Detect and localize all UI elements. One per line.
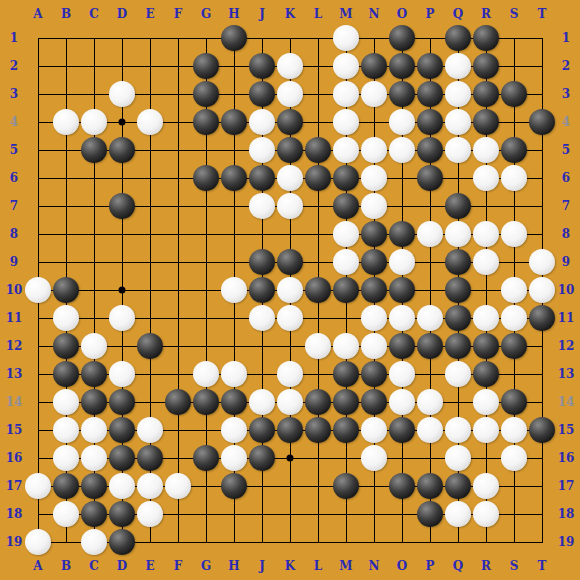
white-stone xyxy=(445,109,471,135)
black-stone xyxy=(473,53,499,79)
column-label-top: F xyxy=(167,7,189,21)
black-stone xyxy=(333,361,359,387)
white-stone xyxy=(445,445,471,471)
row-label-right: 4 xyxy=(555,115,577,129)
black-stone xyxy=(445,249,471,275)
white-stone xyxy=(333,137,359,163)
black-stone xyxy=(53,361,79,387)
white-stone xyxy=(333,249,359,275)
black-stone xyxy=(249,277,275,303)
white-stone xyxy=(473,417,499,443)
column-label-bottom: L xyxy=(307,559,329,573)
column-label-bottom: C xyxy=(83,559,105,573)
row-label-left: 19 xyxy=(3,535,25,549)
black-stone xyxy=(109,417,135,443)
black-stone xyxy=(81,361,107,387)
row-label-left: 18 xyxy=(3,507,25,521)
column-label-top: O xyxy=(391,7,413,21)
white-stone xyxy=(333,109,359,135)
white-stone xyxy=(165,473,191,499)
white-stone xyxy=(81,417,107,443)
white-stone xyxy=(249,109,275,135)
white-stone xyxy=(25,473,51,499)
black-stone xyxy=(109,389,135,415)
black-stone xyxy=(473,333,499,359)
white-stone xyxy=(389,305,415,331)
row-label-right: 14 xyxy=(555,395,577,409)
white-stone xyxy=(529,249,555,275)
black-stone xyxy=(249,81,275,107)
white-stone xyxy=(81,333,107,359)
column-label-top: T xyxy=(531,7,553,21)
black-stone xyxy=(389,53,415,79)
black-stone xyxy=(361,221,387,247)
white-stone xyxy=(501,221,527,247)
black-stone xyxy=(305,389,331,415)
black-stone xyxy=(249,53,275,79)
white-stone xyxy=(361,137,387,163)
white-stone xyxy=(137,109,163,135)
black-stone xyxy=(417,165,443,191)
black-stone xyxy=(417,137,443,163)
white-stone xyxy=(25,277,51,303)
white-stone xyxy=(473,389,499,415)
star-point xyxy=(287,455,294,462)
white-stone xyxy=(473,501,499,527)
black-stone xyxy=(389,333,415,359)
white-stone xyxy=(137,473,163,499)
white-stone xyxy=(445,137,471,163)
black-stone xyxy=(137,333,163,359)
white-stone xyxy=(473,473,499,499)
column-label-bottom: F xyxy=(167,559,189,573)
black-stone xyxy=(445,305,471,331)
black-stone xyxy=(501,333,527,359)
black-stone xyxy=(473,81,499,107)
black-stone xyxy=(277,109,303,135)
column-label-bottom: Q xyxy=(447,559,469,573)
black-stone xyxy=(193,445,219,471)
row-label-right: 8 xyxy=(555,227,577,241)
column-label-top: L xyxy=(307,7,329,21)
black-stone xyxy=(193,81,219,107)
black-stone xyxy=(333,277,359,303)
column-label-top: A xyxy=(27,7,49,21)
white-stone xyxy=(109,361,135,387)
white-stone xyxy=(221,417,247,443)
row-label-right: 5 xyxy=(555,143,577,157)
black-stone xyxy=(473,361,499,387)
black-stone xyxy=(305,417,331,443)
row-label-right: 15 xyxy=(555,423,577,437)
black-stone xyxy=(361,53,387,79)
white-stone xyxy=(53,445,79,471)
white-stone xyxy=(389,249,415,275)
white-stone xyxy=(501,445,527,471)
black-stone xyxy=(417,473,443,499)
black-stone xyxy=(389,417,415,443)
white-stone xyxy=(277,53,303,79)
white-stone xyxy=(53,389,79,415)
black-stone xyxy=(417,501,443,527)
white-stone xyxy=(109,473,135,499)
black-stone xyxy=(445,473,471,499)
black-stone xyxy=(109,193,135,219)
column-label-top: N xyxy=(363,7,385,21)
black-stone xyxy=(81,389,107,415)
white-stone xyxy=(445,221,471,247)
black-stone xyxy=(501,389,527,415)
black-stone xyxy=(417,81,443,107)
white-stone xyxy=(137,501,163,527)
row-label-right: 11 xyxy=(555,311,577,325)
white-stone xyxy=(277,361,303,387)
row-label-left: 3 xyxy=(3,87,25,101)
black-stone xyxy=(277,249,303,275)
black-stone xyxy=(417,109,443,135)
black-stone xyxy=(473,109,499,135)
white-stone xyxy=(333,53,359,79)
black-stone xyxy=(333,417,359,443)
column-label-bottom: B xyxy=(55,559,77,573)
white-stone xyxy=(277,389,303,415)
column-label-top: M xyxy=(335,7,357,21)
column-label-top: H xyxy=(223,7,245,21)
white-stone xyxy=(445,417,471,443)
white-stone xyxy=(277,277,303,303)
row-label-left: 8 xyxy=(3,227,25,241)
black-stone xyxy=(305,277,331,303)
white-stone xyxy=(25,529,51,555)
white-stone xyxy=(137,417,163,443)
black-stone xyxy=(305,137,331,163)
white-stone xyxy=(361,193,387,219)
black-stone xyxy=(81,137,107,163)
white-stone xyxy=(221,361,247,387)
column-label-bottom: N xyxy=(363,559,385,573)
row-label-right: 18 xyxy=(555,507,577,521)
black-stone xyxy=(473,25,499,51)
black-stone xyxy=(445,25,471,51)
white-stone xyxy=(333,81,359,107)
black-stone xyxy=(249,445,275,471)
star-point xyxy=(119,119,126,126)
row-label-right: 19 xyxy=(555,535,577,549)
row-label-left: 4 xyxy=(3,115,25,129)
black-stone xyxy=(53,277,79,303)
column-label-top: J xyxy=(251,7,273,21)
black-stone xyxy=(501,137,527,163)
white-stone xyxy=(361,333,387,359)
black-stone xyxy=(389,81,415,107)
black-stone xyxy=(221,165,247,191)
black-stone xyxy=(417,333,443,359)
white-stone xyxy=(53,417,79,443)
row-label-left: 14 xyxy=(3,395,25,409)
column-label-bottom: R xyxy=(475,559,497,573)
white-stone xyxy=(333,333,359,359)
black-stone xyxy=(333,165,359,191)
white-stone xyxy=(361,305,387,331)
row-label-left: 15 xyxy=(3,423,25,437)
black-stone xyxy=(109,137,135,163)
row-label-right: 3 xyxy=(555,87,577,101)
black-stone xyxy=(249,249,275,275)
row-label-right: 2 xyxy=(555,59,577,73)
black-stone xyxy=(109,529,135,555)
column-label-top: D xyxy=(111,7,133,21)
black-stone xyxy=(53,473,79,499)
white-stone xyxy=(277,165,303,191)
white-stone xyxy=(501,165,527,191)
black-stone xyxy=(193,165,219,191)
black-stone xyxy=(221,389,247,415)
white-stone xyxy=(361,81,387,107)
black-stone xyxy=(389,221,415,247)
row-label-right: 9 xyxy=(555,255,577,269)
row-label-left: 5 xyxy=(3,143,25,157)
white-stone xyxy=(389,137,415,163)
black-stone xyxy=(109,501,135,527)
white-stone xyxy=(305,333,331,359)
white-stone xyxy=(249,305,275,331)
black-stone xyxy=(529,417,555,443)
column-label-top: B xyxy=(55,7,77,21)
black-stone xyxy=(249,417,275,443)
column-label-bottom: J xyxy=(251,559,273,573)
row-label-left: 6 xyxy=(3,171,25,185)
white-stone xyxy=(473,249,499,275)
black-stone xyxy=(249,165,275,191)
column-label-top: K xyxy=(279,7,301,21)
black-stone xyxy=(529,109,555,135)
row-label-right: 17 xyxy=(555,479,577,493)
black-stone xyxy=(361,249,387,275)
white-stone xyxy=(417,221,443,247)
row-label-right: 7 xyxy=(555,199,577,213)
row-label-left: 17 xyxy=(3,479,25,493)
row-label-right: 13 xyxy=(555,367,577,381)
row-label-left: 2 xyxy=(3,59,25,73)
black-stone xyxy=(165,389,191,415)
column-label-bottom: S xyxy=(503,559,525,573)
white-stone xyxy=(361,417,387,443)
white-stone xyxy=(445,501,471,527)
column-label-bottom: K xyxy=(279,559,301,573)
row-label-left: 1 xyxy=(3,31,25,45)
white-stone xyxy=(81,109,107,135)
white-stone xyxy=(361,165,387,191)
column-label-bottom: H xyxy=(223,559,245,573)
row-label-right: 12 xyxy=(555,339,577,353)
black-stone xyxy=(221,25,247,51)
white-stone xyxy=(249,389,275,415)
white-stone xyxy=(249,193,275,219)
row-label-left: 12 xyxy=(3,339,25,353)
white-stone xyxy=(389,361,415,387)
white-stone xyxy=(389,389,415,415)
black-stone xyxy=(277,137,303,163)
white-stone xyxy=(417,305,443,331)
black-stone xyxy=(81,473,107,499)
white-stone xyxy=(529,277,555,303)
white-stone xyxy=(53,501,79,527)
white-stone xyxy=(277,193,303,219)
black-stone xyxy=(109,445,135,471)
black-stone xyxy=(361,361,387,387)
column-label-top: R xyxy=(475,7,497,21)
column-label-bottom: T xyxy=(531,559,553,573)
row-label-left: 16 xyxy=(3,451,25,465)
white-stone xyxy=(473,165,499,191)
white-stone xyxy=(53,305,79,331)
column-label-top: Q xyxy=(447,7,469,21)
column-label-top: S xyxy=(503,7,525,21)
black-stone xyxy=(389,25,415,51)
column-label-top: E xyxy=(139,7,161,21)
row-label-right: 16 xyxy=(555,451,577,465)
column-label-bottom: P xyxy=(419,559,441,573)
black-stone xyxy=(445,193,471,219)
white-stone xyxy=(333,25,359,51)
white-stone xyxy=(501,417,527,443)
white-stone xyxy=(473,137,499,163)
black-stone xyxy=(193,109,219,135)
white-stone xyxy=(109,305,135,331)
black-stone xyxy=(361,277,387,303)
black-stone xyxy=(193,389,219,415)
white-stone xyxy=(277,305,303,331)
black-stone xyxy=(193,53,219,79)
column-label-bottom: O xyxy=(391,559,413,573)
white-stone xyxy=(361,445,387,471)
black-stone xyxy=(529,305,555,331)
row-label-left: 7 xyxy=(3,199,25,213)
white-stone xyxy=(193,361,219,387)
white-stone xyxy=(473,221,499,247)
black-stone xyxy=(277,417,303,443)
go-board[interactable]: AABBCCDDEEFFGGHHJJKKLLMMNNOOPPQQRRSSTT11… xyxy=(0,0,580,580)
black-stone xyxy=(389,473,415,499)
row-label-left: 11 xyxy=(3,311,25,325)
row-label-right: 10 xyxy=(555,283,577,297)
white-stone xyxy=(81,529,107,555)
black-stone xyxy=(221,109,247,135)
column-label-top: P xyxy=(419,7,441,21)
star-point xyxy=(119,287,126,294)
column-label-bottom: D xyxy=(111,559,133,573)
black-stone xyxy=(333,193,359,219)
black-stone xyxy=(53,333,79,359)
white-stone xyxy=(249,137,275,163)
black-stone xyxy=(501,81,527,107)
column-label-top: G xyxy=(195,7,217,21)
white-stone xyxy=(445,53,471,79)
row-label-left: 13 xyxy=(3,367,25,381)
white-stone xyxy=(389,109,415,135)
black-stone xyxy=(305,165,331,191)
row-label-right: 1 xyxy=(555,31,577,45)
row-label-right: 6 xyxy=(555,171,577,185)
white-stone xyxy=(445,81,471,107)
white-stone xyxy=(53,109,79,135)
white-stone xyxy=(333,221,359,247)
black-stone xyxy=(361,389,387,415)
black-stone xyxy=(221,473,247,499)
column-label-bottom: A xyxy=(27,559,49,573)
column-label-top: C xyxy=(83,7,105,21)
white-stone xyxy=(417,389,443,415)
black-stone xyxy=(333,389,359,415)
white-stone xyxy=(445,361,471,387)
black-stone xyxy=(445,277,471,303)
white-stone xyxy=(501,305,527,331)
row-label-left: 10 xyxy=(3,283,25,297)
row-label-left: 9 xyxy=(3,255,25,269)
black-stone xyxy=(417,53,443,79)
white-stone xyxy=(221,445,247,471)
white-stone xyxy=(109,81,135,107)
black-stone xyxy=(333,473,359,499)
black-stone xyxy=(81,501,107,527)
white-stone xyxy=(277,81,303,107)
white-stone xyxy=(501,277,527,303)
white-stone xyxy=(81,445,107,471)
black-stone xyxy=(137,445,163,471)
black-stone xyxy=(389,277,415,303)
column-label-bottom: G xyxy=(195,559,217,573)
white-stone xyxy=(473,305,499,331)
column-label-bottom: E xyxy=(139,559,161,573)
black-stone xyxy=(445,333,471,359)
white-stone xyxy=(221,277,247,303)
column-label-bottom: M xyxy=(335,559,357,573)
white-stone xyxy=(417,417,443,443)
